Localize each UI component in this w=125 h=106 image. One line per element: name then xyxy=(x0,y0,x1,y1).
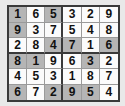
cell-r5c1[interactable]: 4 xyxy=(9,69,27,85)
cell-r5c4[interactable]: 1 xyxy=(63,69,81,85)
cell-r1c3[interactable]: 5 xyxy=(45,7,63,23)
cell-r4c5[interactable]: 3 xyxy=(82,54,100,70)
cell-r5c3[interactable]: 3 xyxy=(45,69,63,85)
cell-r4c6[interactable]: 2 xyxy=(100,54,118,70)
cell-r3c3[interactable]: 4 xyxy=(45,38,63,54)
cell-r2c5[interactable]: 4 xyxy=(82,23,100,39)
cell-r3c5[interactable]: 1 xyxy=(82,38,100,54)
cell-r6c3[interactable]: 2 xyxy=(45,85,63,101)
cell-r5c5[interactable]: 8 xyxy=(82,69,100,85)
cell-r2c1[interactable]: 9 xyxy=(9,23,27,39)
cell-r2c3[interactable]: 7 xyxy=(45,23,63,39)
cell-r4c4[interactable]: 6 xyxy=(63,54,81,70)
cell-r4c3[interactable]: 9 xyxy=(45,54,63,70)
cell-r1c5[interactable]: 2 xyxy=(82,7,100,23)
page-background: 165329937548284716819632453187672954 xyxy=(0,0,125,106)
cell-r3c1[interactable]: 2 xyxy=(9,38,27,54)
cell-r1c2[interactable]: 6 xyxy=(27,7,45,23)
cell-r1c4[interactable]: 3 xyxy=(63,7,81,23)
cell-r2c2[interactable]: 3 xyxy=(27,23,45,39)
cell-r3c4[interactable]: 7 xyxy=(63,38,81,54)
cell-r3c2[interactable]: 8 xyxy=(27,38,45,54)
cell-r6c4[interactable]: 9 xyxy=(63,85,81,101)
sudoku-board: 165329937548284716819632453187672954 xyxy=(7,5,120,102)
cell-r1c6[interactable]: 9 xyxy=(100,7,118,23)
cell-r4c1[interactable]: 8 xyxy=(9,54,27,70)
cell-r6c1[interactable]: 6 xyxy=(9,85,27,101)
cell-r3c6[interactable]: 6 xyxy=(100,38,118,54)
cell-r5c2[interactable]: 5 xyxy=(27,69,45,85)
cell-r2c6[interactable]: 8 xyxy=(100,23,118,39)
cell-r6c2[interactable]: 7 xyxy=(27,85,45,101)
cell-r4c2[interactable]: 1 xyxy=(27,54,45,70)
cell-r5c6[interactable]: 7 xyxy=(100,69,118,85)
cell-r1c1[interactable]: 1 xyxy=(9,7,27,23)
cell-r2c4[interactable]: 5 xyxy=(63,23,81,39)
cell-r6c5[interactable]: 5 xyxy=(82,85,100,101)
cell-r6c6[interactable]: 4 xyxy=(100,85,118,101)
